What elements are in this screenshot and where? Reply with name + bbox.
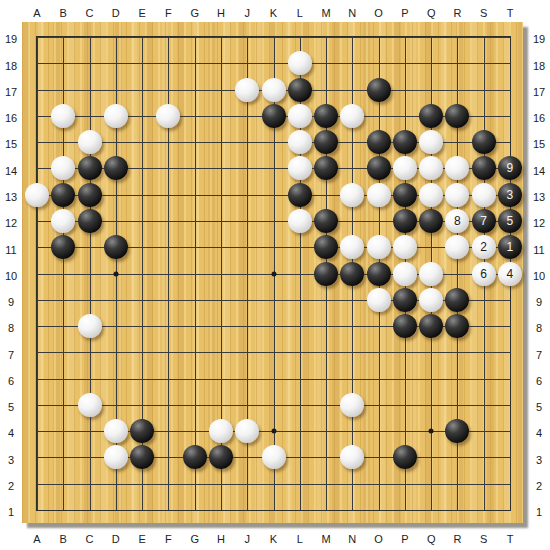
board-intersection-K19[interactable] xyxy=(260,24,286,50)
board-intersection-J10[interactable] xyxy=(234,260,260,286)
board-intersection-T4[interactable] xyxy=(497,418,523,444)
board-intersection-M5[interactable] xyxy=(313,392,339,418)
board-intersection-K8[interactable] xyxy=(260,313,286,339)
board-intersection-F5[interactable] xyxy=(155,392,181,418)
board-intersection-E13[interactable] xyxy=(129,182,155,208)
board-intersection-S2[interactable] xyxy=(471,471,497,497)
board-intersection-H19[interactable] xyxy=(208,24,234,50)
board-intersection-O10[interactable] xyxy=(365,260,391,286)
board-intersection-O16[interactable] xyxy=(365,103,391,129)
board-intersection-Q3[interactable] xyxy=(418,444,444,470)
board-intersection-O5[interactable] xyxy=(365,392,391,418)
board-intersection-M13[interactable] xyxy=(313,182,339,208)
board-intersection-P15[interactable] xyxy=(392,129,418,155)
board-intersection-R13[interactable] xyxy=(444,182,470,208)
board-intersection-F12[interactable] xyxy=(155,208,181,234)
board-intersection-C5[interactable] xyxy=(77,392,103,418)
board-intersection-D15[interactable] xyxy=(103,129,129,155)
board-intersection-Q12[interactable] xyxy=(418,208,444,234)
board-intersection-T10[interactable]: 4 xyxy=(497,260,523,286)
board-intersection-D19[interactable] xyxy=(103,24,129,50)
board-intersection-M15[interactable] xyxy=(313,129,339,155)
board-intersection-L19[interactable] xyxy=(287,24,313,50)
board-intersection-H16[interactable] xyxy=(208,103,234,129)
board-intersection-F14[interactable] xyxy=(155,155,181,181)
board-intersection-E11[interactable] xyxy=(129,234,155,260)
board-intersection-S4[interactable] xyxy=(471,418,497,444)
board-intersection-P11[interactable] xyxy=(392,234,418,260)
board-intersection-H14[interactable] xyxy=(208,155,234,181)
board-intersection-A5[interactable] xyxy=(24,392,50,418)
board-intersection-G2[interactable] xyxy=(182,471,208,497)
board-intersection-C19[interactable] xyxy=(77,24,103,50)
board-intersection-N5[interactable] xyxy=(339,392,365,418)
board-intersection-Q2[interactable] xyxy=(418,471,444,497)
board-intersection-F8[interactable] xyxy=(155,313,181,339)
board-intersection-B10[interactable] xyxy=(50,260,76,286)
board-intersection-P5[interactable] xyxy=(392,392,418,418)
board-intersection-R15[interactable] xyxy=(444,129,470,155)
board-intersection-A3[interactable] xyxy=(24,444,50,470)
board-intersection-S16[interactable] xyxy=(471,103,497,129)
board-intersection-M19[interactable] xyxy=(313,24,339,50)
board-intersection-K11[interactable] xyxy=(260,234,286,260)
board-intersection-D16[interactable] xyxy=(103,103,129,129)
board-intersection-G7[interactable] xyxy=(182,339,208,365)
board-intersection-S7[interactable] xyxy=(471,339,497,365)
board-intersection-A7[interactable] xyxy=(24,339,50,365)
board-intersection-K13[interactable] xyxy=(260,182,286,208)
board-intersection-D17[interactable] xyxy=(103,77,129,103)
board-intersection-F3[interactable] xyxy=(155,444,181,470)
board-intersection-E2[interactable] xyxy=(129,471,155,497)
board-intersection-J7[interactable] xyxy=(234,339,260,365)
board-intersection-N7[interactable] xyxy=(339,339,365,365)
board-intersection-A12[interactable] xyxy=(24,208,50,234)
board-intersection-S19[interactable] xyxy=(471,24,497,50)
board-intersection-D9[interactable] xyxy=(103,287,129,313)
board-intersection-B4[interactable] xyxy=(50,418,76,444)
board-intersection-C6[interactable] xyxy=(77,365,103,391)
board-intersection-P2[interactable] xyxy=(392,471,418,497)
board-intersection-C4[interactable] xyxy=(77,418,103,444)
board-intersection-F19[interactable] xyxy=(155,24,181,50)
board-intersection-N11[interactable] xyxy=(339,234,365,260)
board-intersection-T18[interactable] xyxy=(497,50,523,76)
board-intersection-H8[interactable] xyxy=(208,313,234,339)
board-intersection-A18[interactable] xyxy=(24,50,50,76)
board-intersection-M1[interactable] xyxy=(313,497,339,523)
board-intersection-F9[interactable] xyxy=(155,287,181,313)
board-intersection-P18[interactable] xyxy=(392,50,418,76)
board-intersection-C9[interactable] xyxy=(77,287,103,313)
board-intersection-B9[interactable] xyxy=(50,287,76,313)
board-intersection-J19[interactable] xyxy=(234,24,260,50)
board-intersection-G18[interactable] xyxy=(182,50,208,76)
board-intersection-L17[interactable] xyxy=(287,77,313,103)
board-intersection-E7[interactable] xyxy=(129,339,155,365)
board-intersection-R9[interactable] xyxy=(444,287,470,313)
board-intersection-P8[interactable] xyxy=(392,313,418,339)
board-intersection-T16[interactable] xyxy=(497,103,523,129)
board-intersection-S3[interactable] xyxy=(471,444,497,470)
board-intersection-A17[interactable] xyxy=(24,77,50,103)
board-intersection-O4[interactable] xyxy=(365,418,391,444)
board-intersection-E4[interactable] xyxy=(129,418,155,444)
board-intersection-H3[interactable] xyxy=(208,444,234,470)
board-intersection-T3[interactable] xyxy=(497,444,523,470)
board-intersection-G12[interactable] xyxy=(182,208,208,234)
board-intersection-K17[interactable] xyxy=(260,77,286,103)
board-intersection-J2[interactable] xyxy=(234,471,260,497)
board-intersection-L10[interactable] xyxy=(287,260,313,286)
board-intersection-Q18[interactable] xyxy=(418,50,444,76)
board-intersection-K16[interactable] xyxy=(260,103,286,129)
board-intersection-L12[interactable] xyxy=(287,208,313,234)
board-intersection-D7[interactable] xyxy=(103,339,129,365)
board-intersection-E14[interactable] xyxy=(129,155,155,181)
board-intersection-B5[interactable] xyxy=(50,392,76,418)
board-intersection-A16[interactable] xyxy=(24,103,50,129)
board-intersection-M7[interactable] xyxy=(313,339,339,365)
board-intersection-G19[interactable] xyxy=(182,24,208,50)
board-intersection-T14[interactable]: 9 xyxy=(497,155,523,181)
board-intersection-R12[interactable]: 8 xyxy=(444,208,470,234)
board-intersection-D11[interactable] xyxy=(103,234,129,260)
board-intersection-A11[interactable] xyxy=(24,234,50,260)
board-intersection-E9[interactable] xyxy=(129,287,155,313)
board-intersection-B8[interactable] xyxy=(50,313,76,339)
board-intersection-J3[interactable] xyxy=(234,444,260,470)
board-intersection-L11[interactable] xyxy=(287,234,313,260)
board-intersection-J4[interactable] xyxy=(234,418,260,444)
board-intersection-S5[interactable] xyxy=(471,392,497,418)
board-intersection-N10[interactable] xyxy=(339,260,365,286)
board-intersection-R10[interactable] xyxy=(444,260,470,286)
board-intersection-J13[interactable] xyxy=(234,182,260,208)
board-intersection-P9[interactable] xyxy=(392,287,418,313)
board-intersection-L18[interactable] xyxy=(287,50,313,76)
board-intersection-K9[interactable] xyxy=(260,287,286,313)
board-intersection-E8[interactable] xyxy=(129,313,155,339)
board-intersection-Q19[interactable] xyxy=(418,24,444,50)
board-intersection-G16[interactable] xyxy=(182,103,208,129)
board-intersection-A9[interactable] xyxy=(24,287,50,313)
board-intersection-L4[interactable] xyxy=(287,418,313,444)
board-intersection-G4[interactable] xyxy=(182,418,208,444)
board-intersection-S15[interactable] xyxy=(471,129,497,155)
board-intersection-M11[interactable] xyxy=(313,234,339,260)
board-intersection-J12[interactable] xyxy=(234,208,260,234)
board-intersection-H7[interactable] xyxy=(208,339,234,365)
board-intersection-R19[interactable] xyxy=(444,24,470,50)
board-intersection-J18[interactable] xyxy=(234,50,260,76)
board-intersection-C2[interactable] xyxy=(77,471,103,497)
board-intersection-M3[interactable] xyxy=(313,444,339,470)
board-intersection-O2[interactable] xyxy=(365,471,391,497)
board-intersection-G8[interactable] xyxy=(182,313,208,339)
board-intersection-F17[interactable] xyxy=(155,77,181,103)
board-intersection-T2[interactable] xyxy=(497,471,523,497)
board-intersection-L14[interactable] xyxy=(287,155,313,181)
board-intersection-Q16[interactable] xyxy=(418,103,444,129)
board-intersection-D2[interactable] xyxy=(103,471,129,497)
board-intersection-E1[interactable] xyxy=(129,497,155,523)
board-intersection-N14[interactable] xyxy=(339,155,365,181)
board-intersection-S13[interactable] xyxy=(471,182,497,208)
board-intersection-B12[interactable] xyxy=(50,208,76,234)
board-intersection-F6[interactable] xyxy=(155,365,181,391)
board-intersection-Q9[interactable] xyxy=(418,287,444,313)
board-intersection-E12[interactable] xyxy=(129,208,155,234)
board-intersection-B16[interactable] xyxy=(50,103,76,129)
board-intersection-F4[interactable] xyxy=(155,418,181,444)
board-intersection-T11[interactable]: 1 xyxy=(497,234,523,260)
board-intersection-E10[interactable] xyxy=(129,260,155,286)
board-intersection-B3[interactable] xyxy=(50,444,76,470)
board-intersection-Q11[interactable] xyxy=(418,234,444,260)
board-intersection-N12[interactable] xyxy=(339,208,365,234)
board-intersection-O14[interactable] xyxy=(365,155,391,181)
board-intersection-R16[interactable] xyxy=(444,103,470,129)
board-intersection-B7[interactable] xyxy=(50,339,76,365)
board-intersection-P14[interactable] xyxy=(392,155,418,181)
board-intersection-G17[interactable] xyxy=(182,77,208,103)
board-intersection-B15[interactable] xyxy=(50,129,76,155)
board-intersection-P16[interactable] xyxy=(392,103,418,129)
board-intersection-K18[interactable] xyxy=(260,50,286,76)
board-intersection-T12[interactable]: 5 xyxy=(497,208,523,234)
board-intersection-O7[interactable] xyxy=(365,339,391,365)
board-intersection-L3[interactable] xyxy=(287,444,313,470)
board-intersection-Q10[interactable] xyxy=(418,260,444,286)
board-intersection-F18[interactable] xyxy=(155,50,181,76)
board-intersection-T6[interactable] xyxy=(497,365,523,391)
board-intersection-K15[interactable] xyxy=(260,129,286,155)
board-intersection-Q6[interactable] xyxy=(418,365,444,391)
board-intersection-F15[interactable] xyxy=(155,129,181,155)
board-intersection-J15[interactable] xyxy=(234,129,260,155)
board-intersection-M18[interactable] xyxy=(313,50,339,76)
board-intersection-Q4[interactable] xyxy=(418,418,444,444)
board-intersection-N4[interactable] xyxy=(339,418,365,444)
board-intersection-L15[interactable] xyxy=(287,129,313,155)
board-intersection-O1[interactable] xyxy=(365,497,391,523)
board-intersection-F16[interactable] xyxy=(155,103,181,129)
board-intersection-H10[interactable] xyxy=(208,260,234,286)
board-intersection-D14[interactable] xyxy=(103,155,129,181)
board-intersection-R17[interactable] xyxy=(444,77,470,103)
board-intersection-H13[interactable] xyxy=(208,182,234,208)
board-intersection-A14[interactable] xyxy=(24,155,50,181)
board-intersection-E5[interactable] xyxy=(129,392,155,418)
board-intersection-M17[interactable] xyxy=(313,77,339,103)
board-intersection-P6[interactable] xyxy=(392,365,418,391)
board-intersection-C7[interactable] xyxy=(77,339,103,365)
board-intersection-O19[interactable] xyxy=(365,24,391,50)
board-intersection-D13[interactable] xyxy=(103,182,129,208)
board-intersection-S12[interactable]: 7 xyxy=(471,208,497,234)
board-intersection-B11[interactable] xyxy=(50,234,76,260)
board-intersection-N6[interactable] xyxy=(339,365,365,391)
board-intersection-C14[interactable] xyxy=(77,155,103,181)
board-intersection-D10[interactable] xyxy=(103,260,129,286)
board-intersection-D8[interactable] xyxy=(103,313,129,339)
board-intersection-D18[interactable] xyxy=(103,50,129,76)
board-intersection-A1[interactable] xyxy=(24,497,50,523)
board-intersection-L1[interactable] xyxy=(287,497,313,523)
board-intersection-J6[interactable] xyxy=(234,365,260,391)
board-intersection-K5[interactable] xyxy=(260,392,286,418)
board-intersection-S6[interactable] xyxy=(471,365,497,391)
board-intersection-Q15[interactable] xyxy=(418,129,444,155)
board-intersection-S8[interactable] xyxy=(471,313,497,339)
board-intersection-S11[interactable]: 2 xyxy=(471,234,497,260)
board-intersection-B13[interactable] xyxy=(50,182,76,208)
board-intersection-M16[interactable] xyxy=(313,103,339,129)
board-intersection-N13[interactable] xyxy=(339,182,365,208)
board-intersection-F1[interactable] xyxy=(155,497,181,523)
board-intersection-A2[interactable] xyxy=(24,471,50,497)
board-intersection-L8[interactable] xyxy=(287,313,313,339)
board-intersection-R3[interactable] xyxy=(444,444,470,470)
board-intersection-C1[interactable] xyxy=(77,497,103,523)
board-intersection-B17[interactable] xyxy=(50,77,76,103)
board-intersection-A6[interactable] xyxy=(24,365,50,391)
board-intersection-R14[interactable] xyxy=(444,155,470,181)
board-intersection-N19[interactable] xyxy=(339,24,365,50)
board-intersection-J11[interactable] xyxy=(234,234,260,260)
board-intersection-B2[interactable] xyxy=(50,471,76,497)
board-intersection-P1[interactable] xyxy=(392,497,418,523)
board-intersection-T15[interactable] xyxy=(497,129,523,155)
board-intersection-R5[interactable] xyxy=(444,392,470,418)
board-intersection-N2[interactable] xyxy=(339,471,365,497)
board-intersection-T1[interactable] xyxy=(497,497,523,523)
board-intersection-G3[interactable] xyxy=(182,444,208,470)
board-intersection-A13[interactable] xyxy=(24,182,50,208)
board-intersection-R1[interactable] xyxy=(444,497,470,523)
board-intersection-P19[interactable] xyxy=(392,24,418,50)
board-intersection-C17[interactable] xyxy=(77,77,103,103)
board-intersection-T5[interactable] xyxy=(497,392,523,418)
board-intersection-E17[interactable] xyxy=(129,77,155,103)
board-intersection-M12[interactable] xyxy=(313,208,339,234)
board-intersection-H11[interactable] xyxy=(208,234,234,260)
board-intersection-D3[interactable] xyxy=(103,444,129,470)
board-intersection-N17[interactable] xyxy=(339,77,365,103)
board-intersection-M4[interactable] xyxy=(313,418,339,444)
board-intersection-P4[interactable] xyxy=(392,418,418,444)
board-intersection-L9[interactable] xyxy=(287,287,313,313)
board-intersection-Q17[interactable] xyxy=(418,77,444,103)
board-intersection-F10[interactable] xyxy=(155,260,181,286)
board-intersection-F7[interactable] xyxy=(155,339,181,365)
board-intersection-C16[interactable] xyxy=(77,103,103,129)
board-intersection-G10[interactable] xyxy=(182,260,208,286)
board-intersection-P10[interactable] xyxy=(392,260,418,286)
board-intersection-S17[interactable] xyxy=(471,77,497,103)
board-intersection-N18[interactable] xyxy=(339,50,365,76)
board-intersection-L16[interactable] xyxy=(287,103,313,129)
board-intersection-G15[interactable] xyxy=(182,129,208,155)
board-intersection-J1[interactable] xyxy=(234,497,260,523)
board-intersection-O13[interactable] xyxy=(365,182,391,208)
board-intersection-H2[interactable] xyxy=(208,471,234,497)
board-intersection-R8[interactable] xyxy=(444,313,470,339)
board-intersection-H18[interactable] xyxy=(208,50,234,76)
board-intersection-N3[interactable] xyxy=(339,444,365,470)
board-intersection-D6[interactable] xyxy=(103,365,129,391)
board-intersection-R7[interactable] xyxy=(444,339,470,365)
board-intersection-C8[interactable] xyxy=(77,313,103,339)
board-intersection-C13[interactable] xyxy=(77,182,103,208)
board-intersection-L6[interactable] xyxy=(287,365,313,391)
board-intersection-T13[interactable]: 3 xyxy=(497,182,523,208)
board-intersection-T17[interactable] xyxy=(497,77,523,103)
board-intersection-N8[interactable] xyxy=(339,313,365,339)
board-intersection-P12[interactable] xyxy=(392,208,418,234)
board-intersection-C12[interactable] xyxy=(77,208,103,234)
board-intersection-O12[interactable] xyxy=(365,208,391,234)
board-intersection-L13[interactable] xyxy=(287,182,313,208)
board-intersection-P13[interactable] xyxy=(392,182,418,208)
board-intersection-E6[interactable] xyxy=(129,365,155,391)
board-intersection-G6[interactable] xyxy=(182,365,208,391)
board-intersection-G5[interactable] xyxy=(182,392,208,418)
board-intersection-T9[interactable] xyxy=(497,287,523,313)
board-intersection-D1[interactable] xyxy=(103,497,129,523)
board-intersection-A8[interactable] xyxy=(24,313,50,339)
board-intersection-F11[interactable] xyxy=(155,234,181,260)
board-intersection-O3[interactable] xyxy=(365,444,391,470)
board-intersection-P7[interactable] xyxy=(392,339,418,365)
board-intersection-R2[interactable] xyxy=(444,471,470,497)
board-intersection-K14[interactable] xyxy=(260,155,286,181)
board-intersection-D4[interactable] xyxy=(103,418,129,444)
board-intersection-D12[interactable] xyxy=(103,208,129,234)
board-intersection-M10[interactable] xyxy=(313,260,339,286)
board-intersection-D5[interactable] xyxy=(103,392,129,418)
board-intersection-O9[interactable] xyxy=(365,287,391,313)
board-intersection-T19[interactable] xyxy=(497,24,523,50)
board-intersection-M6[interactable] xyxy=(313,365,339,391)
board-intersection-M8[interactable] xyxy=(313,313,339,339)
board-intersection-G14[interactable] xyxy=(182,155,208,181)
board-intersection-N15[interactable] xyxy=(339,129,365,155)
board-intersection-G1[interactable] xyxy=(182,497,208,523)
board-intersection-E19[interactable] xyxy=(129,24,155,50)
board-intersection-G11[interactable] xyxy=(182,234,208,260)
board-intersection-H12[interactable] xyxy=(208,208,234,234)
board-intersection-S18[interactable] xyxy=(471,50,497,76)
board-intersection-M9[interactable] xyxy=(313,287,339,313)
board-intersection-M14[interactable] xyxy=(313,155,339,181)
board-intersection-R18[interactable] xyxy=(444,50,470,76)
board-intersection-S10[interactable]: 6 xyxy=(471,260,497,286)
board-intersection-K6[interactable] xyxy=(260,365,286,391)
board-intersection-O17[interactable] xyxy=(365,77,391,103)
board-intersection-A15[interactable] xyxy=(24,129,50,155)
board-intersection-K3[interactable] xyxy=(260,444,286,470)
board-intersection-H1[interactable] xyxy=(208,497,234,523)
board-intersection-K12[interactable] xyxy=(260,208,286,234)
board-intersection-H6[interactable] xyxy=(208,365,234,391)
board-intersection-K4[interactable] xyxy=(260,418,286,444)
board-intersection-P3[interactable] xyxy=(392,444,418,470)
board-intersection-G13[interactable] xyxy=(182,182,208,208)
board-intersection-O11[interactable] xyxy=(365,234,391,260)
